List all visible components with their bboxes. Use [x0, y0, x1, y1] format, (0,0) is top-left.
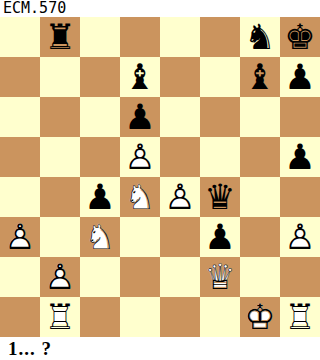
square-g4[interactable]	[240, 177, 280, 217]
square-f8[interactable]	[200, 17, 240, 57]
square-g2[interactable]	[240, 257, 280, 297]
square-f5[interactable]	[200, 137, 240, 177]
square-f6[interactable]	[200, 97, 240, 137]
white-piece-outline: ♖	[280, 297, 320, 337]
piece-white-knight: ♞♘	[120, 177, 160, 217]
square-d3[interactable]	[120, 217, 160, 257]
square-d7[interactable]: ♝	[120, 57, 160, 97]
piece-black-queen: ♛	[200, 177, 240, 217]
square-a6[interactable]	[0, 97, 40, 137]
square-d4[interactable]: ♞♘	[120, 177, 160, 217]
piece-white-pawn: ♟♙	[280, 217, 320, 257]
piece-white-knight: ♞♘	[80, 217, 120, 257]
piece-black-king: ♚	[280, 17, 320, 57]
square-f2[interactable]: ♛♕	[200, 257, 240, 297]
square-g8[interactable]: ♞	[240, 17, 280, 57]
white-piece-outline: ♘	[120, 177, 160, 217]
white-piece-outline: ♘	[80, 217, 120, 257]
footer: 1... ?	[0, 337, 320, 360]
piece-white-rook: ♜♖	[40, 297, 80, 337]
square-e6[interactable]	[160, 97, 200, 137]
chess-board: ♜♞♚♝♝♟♟♟♙♟♟♞♘♟♙♛♟♙♞♘♟♟♙♟♙♛♕♜♖♚♔♜♖	[0, 17, 320, 337]
square-e5[interactable]	[160, 137, 200, 177]
piece-black-pawn: ♟	[200, 217, 240, 257]
square-c8[interactable]	[80, 17, 120, 57]
white-piece-outline: ♕	[200, 257, 240, 297]
piece-white-pawn: ♟♙	[40, 257, 80, 297]
piece-black-bishop: ♝	[120, 57, 160, 97]
square-a7[interactable]	[0, 57, 40, 97]
piece-white-queen: ♛♕	[200, 257, 240, 297]
piece-black-pawn: ♟	[280, 137, 320, 177]
square-g1[interactable]: ♚♔	[240, 297, 280, 337]
square-d2[interactable]	[120, 257, 160, 297]
square-g7[interactable]: ♝	[240, 57, 280, 97]
square-a2[interactable]	[0, 257, 40, 297]
piece-black-bishop: ♝	[240, 57, 280, 97]
square-h5[interactable]: ♟	[280, 137, 320, 177]
white-piece-outline: ♔	[240, 297, 280, 337]
white-piece-outline: ♙	[0, 217, 40, 257]
move-prompt: 1... ?	[0, 338, 52, 360]
page: ECM.570 ♜♞♚♝♝♟♟♟♙♟♟♞♘♟♙♛♟♙♞♘♟♟♙♟♙♛♕♜♖♚♔♜…	[0, 0, 320, 360]
piece-black-pawn: ♟	[120, 97, 160, 137]
square-a4[interactable]	[0, 177, 40, 217]
piece-white-pawn: ♟♙	[0, 217, 40, 257]
square-c1[interactable]	[80, 297, 120, 337]
square-d1[interactable]	[120, 297, 160, 337]
square-b6[interactable]	[40, 97, 80, 137]
square-e1[interactable]	[160, 297, 200, 337]
square-c4[interactable]: ♟	[80, 177, 120, 217]
square-c3[interactable]: ♞♘	[80, 217, 120, 257]
square-d6[interactable]: ♟	[120, 97, 160, 137]
square-a1[interactable]	[0, 297, 40, 337]
square-a3[interactable]: ♟♙	[0, 217, 40, 257]
square-h2[interactable]	[280, 257, 320, 297]
white-piece-outline: ♙	[40, 257, 80, 297]
header: ECM.570	[0, 0, 320, 17]
piece-white-rook: ♜♖	[280, 297, 320, 337]
square-b1[interactable]: ♜♖	[40, 297, 80, 337]
square-h8[interactable]: ♚	[280, 17, 320, 57]
square-c7[interactable]	[80, 57, 120, 97]
square-e7[interactable]	[160, 57, 200, 97]
piece-black-pawn: ♟	[280, 57, 320, 97]
square-g3[interactable]	[240, 217, 280, 257]
square-e2[interactable]	[160, 257, 200, 297]
piece-white-pawn: ♟♙	[120, 137, 160, 177]
white-piece-outline: ♙	[160, 177, 200, 217]
square-b4[interactable]	[40, 177, 80, 217]
square-g5[interactable]	[240, 137, 280, 177]
square-h1[interactable]: ♜♖	[280, 297, 320, 337]
square-d8[interactable]	[120, 17, 160, 57]
square-b5[interactable]	[40, 137, 80, 177]
piece-black-knight: ♞	[240, 17, 280, 57]
square-b2[interactable]: ♟♙	[40, 257, 80, 297]
square-f1[interactable]	[200, 297, 240, 337]
piece-black-pawn: ♟	[80, 177, 120, 217]
square-b3[interactable]	[40, 217, 80, 257]
piece-white-king: ♚♔	[240, 297, 280, 337]
square-h6[interactable]	[280, 97, 320, 137]
square-a5[interactable]	[0, 137, 40, 177]
square-b7[interactable]	[40, 57, 80, 97]
square-f4[interactable]: ♛	[200, 177, 240, 217]
square-c5[interactable]	[80, 137, 120, 177]
square-f7[interactable]	[200, 57, 240, 97]
square-a8[interactable]	[0, 17, 40, 57]
square-e8[interactable]	[160, 17, 200, 57]
white-piece-outline: ♖	[40, 297, 80, 337]
square-h7[interactable]: ♟	[280, 57, 320, 97]
square-b8[interactable]: ♜	[40, 17, 80, 57]
square-h4[interactable]	[280, 177, 320, 217]
square-d5[interactable]: ♟♙	[120, 137, 160, 177]
square-e3[interactable]	[160, 217, 200, 257]
white-piece-outline: ♙	[280, 217, 320, 257]
square-c6[interactable]	[80, 97, 120, 137]
square-c2[interactable]	[80, 257, 120, 297]
white-piece-outline: ♙	[120, 137, 160, 177]
piece-white-pawn: ♟♙	[160, 177, 200, 217]
puzzle-id: ECM.570	[0, 0, 66, 17]
square-e4[interactable]: ♟♙	[160, 177, 200, 217]
piece-black-rook: ♜	[40, 17, 80, 57]
square-f3[interactable]: ♟	[200, 217, 240, 257]
square-h3[interactable]: ♟♙	[280, 217, 320, 257]
square-g6[interactable]	[240, 97, 280, 137]
